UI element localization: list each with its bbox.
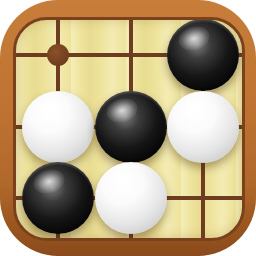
go-board bbox=[13, 17, 245, 241]
black-stone bbox=[167, 19, 239, 91]
black-stone bbox=[22, 162, 94, 234]
white-stone bbox=[22, 91, 94, 163]
star-point bbox=[47, 44, 69, 66]
go-app-icon[interactable] bbox=[0, 0, 256, 256]
white-stone bbox=[167, 91, 239, 163]
white-stone bbox=[95, 162, 167, 234]
black-stone bbox=[95, 91, 167, 163]
